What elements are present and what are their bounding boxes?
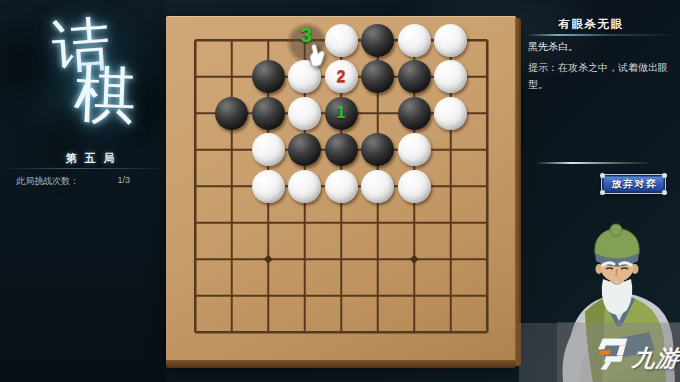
vignette-overlay (0, 0, 680, 382)
screen: 诘 棋 第五局 此局挑战次数： 1/3 321 有眼杀无眼 黑先杀白。 提示：在… (0, 0, 680, 382)
